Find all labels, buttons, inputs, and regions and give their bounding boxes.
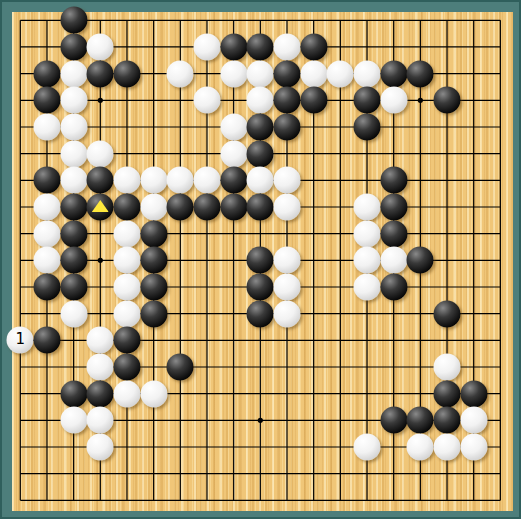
black-stone[interactable] [300, 87, 327, 114]
white-stone[interactable] [327, 60, 354, 87]
black-stone[interactable] [87, 60, 114, 87]
black-stone[interactable] [274, 60, 301, 87]
black-stone[interactable] [140, 274, 167, 301]
white-stone[interactable] [113, 274, 140, 301]
white-stone[interactable] [380, 247, 407, 274]
black-stone[interactable] [60, 274, 87, 301]
white-stone[interactable] [247, 60, 274, 87]
white-stone[interactable] [113, 380, 140, 407]
black-stone[interactable] [380, 60, 407, 87]
black-stone[interactable] [113, 193, 140, 220]
black-stone[interactable] [220, 167, 247, 194]
black-stone[interactable] [140, 247, 167, 274]
board-frame: 1 [0, 0, 521, 519]
white-stone[interactable] [460, 407, 487, 434]
black-stone[interactable] [380, 193, 407, 220]
black-stone[interactable] [247, 247, 274, 274]
white-stone[interactable] [87, 140, 114, 167]
black-stone[interactable] [247, 274, 274, 301]
black-stone[interactable] [434, 87, 461, 114]
white-stone[interactable] [113, 220, 140, 247]
white-stone[interactable] [113, 167, 140, 194]
black-stone[interactable] [380, 167, 407, 194]
white-stone[interactable] [113, 300, 140, 327]
white-stone[interactable] [407, 434, 434, 461]
white-stone[interactable] [60, 140, 87, 167]
white-stone[interactable] [380, 87, 407, 114]
white-stone[interactable] [60, 300, 87, 327]
black-stone[interactable] [460, 380, 487, 407]
black-stone[interactable] [354, 87, 381, 114]
white-stone[interactable] [274, 167, 301, 194]
white-stone[interactable] [60, 167, 87, 194]
black-stone[interactable] [193, 193, 220, 220]
black-stone[interactable] [113, 60, 140, 87]
white-stone[interactable] [220, 113, 247, 140]
black-stone[interactable] [434, 407, 461, 434]
black-stone[interactable] [300, 33, 327, 60]
black-stone[interactable] [434, 380, 461, 407]
black-stone[interactable] [60, 33, 87, 60]
black-stone[interactable] [87, 167, 114, 194]
white-stone[interactable] [193, 87, 220, 114]
black-stone[interactable] [274, 87, 301, 114]
black-stone[interactable] [247, 113, 274, 140]
black-stone[interactable] [33, 167, 60, 194]
black-stone[interactable] [247, 193, 274, 220]
white-stone[interactable] [87, 407, 114, 434]
stones-layer: 1 [12, 12, 513, 511]
black-stone[interactable] [380, 274, 407, 301]
white-stone[interactable] [274, 274, 301, 301]
white-stone[interactable] [274, 247, 301, 274]
white-stone[interactable] [434, 434, 461, 461]
black-stone[interactable] [33, 87, 60, 114]
white-stone[interactable] [60, 407, 87, 434]
white-stone[interactable] [167, 167, 194, 194]
white-stone[interactable] [87, 33, 114, 60]
white-stone[interactable] [354, 60, 381, 87]
white-stone[interactable] [300, 60, 327, 87]
white-stone[interactable] [33, 247, 60, 274]
white-stone[interactable] [247, 167, 274, 194]
white-stone[interactable] [33, 193, 60, 220]
black-stone[interactable] [380, 407, 407, 434]
white-stone[interactable] [113, 247, 140, 274]
black-stone[interactable] [247, 300, 274, 327]
white-stone[interactable] [220, 60, 247, 87]
black-stone[interactable] [60, 380, 87, 407]
black-stone[interactable] [354, 113, 381, 140]
black-stone[interactable] [434, 300, 461, 327]
black-stone[interactable] [87, 380, 114, 407]
black-stone[interactable] [60, 193, 87, 220]
black-stone[interactable] [60, 220, 87, 247]
white-stone[interactable] [354, 220, 381, 247]
white-stone[interactable] [220, 140, 247, 167]
white-stone[interactable] [167, 60, 194, 87]
black-stone[interactable] [167, 193, 194, 220]
black-stone[interactable] [407, 247, 434, 274]
black-stone[interactable] [33, 327, 60, 354]
white-stone[interactable] [60, 113, 87, 140]
white-stone[interactable] [354, 434, 381, 461]
black-stone[interactable] [220, 193, 247, 220]
white-stone[interactable] [247, 87, 274, 114]
black-stone[interactable] [167, 354, 194, 381]
black-stone[interactable] [113, 327, 140, 354]
white-stone[interactable] [193, 167, 220, 194]
white-stone[interactable] [274, 193, 301, 220]
black-stone[interactable] [113, 354, 140, 381]
black-stone[interactable] [140, 220, 167, 247]
black-stone[interactable] [274, 113, 301, 140]
black-stone[interactable] [247, 140, 274, 167]
white-stone[interactable] [274, 33, 301, 60]
black-stone[interactable] [407, 407, 434, 434]
white-stone[interactable] [460, 434, 487, 461]
move-number-label: 1 [16, 333, 26, 348]
black-stone[interactable] [33, 60, 60, 87]
black-stone[interactable] [247, 33, 274, 60]
go-board[interactable]: 1 [12, 12, 513, 511]
white-stone[interactable] [140, 167, 167, 194]
white-stone[interactable] [274, 300, 301, 327]
white-stone[interactable] [87, 327, 114, 354]
white-stone[interactable] [87, 354, 114, 381]
white-stone[interactable] [354, 193, 381, 220]
black-stone[interactable] [407, 60, 434, 87]
white-stone[interactable] [193, 33, 220, 60]
black-stone[interactable] [33, 274, 60, 301]
black-stone[interactable] [60, 7, 87, 34]
black-stone[interactable] [220, 33, 247, 60]
white-stone[interactable] [140, 380, 167, 407]
white-stone[interactable] [60, 60, 87, 87]
black-stone[interactable] [140, 300, 167, 327]
black-stone[interactable] [60, 247, 87, 274]
white-stone[interactable] [33, 113, 60, 140]
white-stone[interactable] [33, 220, 60, 247]
white-stone[interactable] [60, 87, 87, 114]
black-stone[interactable] [380, 220, 407, 247]
white-stone[interactable] [87, 434, 114, 461]
white-stone[interactable] [140, 193, 167, 220]
white-stone[interactable] [354, 247, 381, 274]
white-stone[interactable] [354, 274, 381, 301]
white-stone[interactable] [434, 354, 461, 381]
